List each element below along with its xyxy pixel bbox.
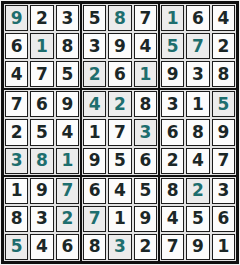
cell-r8c8[interactable]: 5 [186, 206, 209, 232]
cell-r4c8[interactable]: 1 [186, 91, 209, 117]
cell-r8c1[interactable]: 8 [5, 206, 28, 232]
cell-r4c2[interactable]: 6 [30, 91, 53, 117]
cell-r5c5[interactable]: 7 [108, 119, 131, 145]
sudoku-box-5: 428173956 [82, 90, 158, 174]
cell-r2c2[interactable]: 1 [30, 33, 53, 59]
cell-r6c4[interactable]: 9 [83, 148, 106, 174]
cell-r5c7[interactable]: 6 [161, 119, 184, 145]
cell-r5c1[interactable]: 2 [5, 119, 28, 145]
cell-r2c6[interactable]: 4 [134, 33, 157, 59]
cell-r1c1[interactable]: 9 [5, 5, 28, 31]
cell-r6c1[interactable]: 3 [5, 148, 28, 174]
cell-r2c4[interactable]: 3 [83, 33, 106, 59]
sudoku-box-6: 315689247 [160, 90, 236, 174]
cell-r2c8[interactable]: 7 [186, 33, 209, 59]
cell-r7c8[interactable]: 2 [186, 178, 209, 204]
cell-r7c7[interactable]: 8 [161, 178, 184, 204]
cell-r6c7[interactable]: 2 [161, 148, 184, 174]
cell-r5c4[interactable]: 1 [83, 119, 106, 145]
sudoku-board: 9236184755873942611645729387692543814281… [1, 1, 239, 264]
cell-r3c8[interactable]: 3 [186, 61, 209, 87]
cell-r7c5[interactable]: 4 [108, 178, 131, 204]
cell-r8c9[interactable]: 6 [212, 206, 235, 232]
cell-r3c9[interactable]: 8 [212, 61, 235, 87]
cell-r9c2[interactable]: 4 [30, 234, 53, 260]
cell-r8c3[interactable]: 2 [56, 206, 79, 232]
cell-r9c8[interactable]: 9 [186, 234, 209, 260]
sudoku-box-7: 197832546 [4, 177, 80, 261]
cell-r5c6[interactable]: 3 [134, 119, 157, 145]
cell-r2c5[interactable]: 9 [108, 33, 131, 59]
cell-r4c1[interactable]: 7 [5, 91, 28, 117]
sudoku-box-3: 164572938 [160, 4, 236, 88]
cell-r1c5[interactable]: 8 [108, 5, 131, 31]
cell-r5c9[interactable]: 9 [212, 119, 235, 145]
cell-r1c6[interactable]: 7 [134, 5, 157, 31]
cell-r1c7[interactable]: 1 [161, 5, 184, 31]
cell-r3c3[interactable]: 5 [56, 61, 79, 87]
cell-r4c7[interactable]: 3 [161, 91, 184, 117]
cell-r5c2[interactable]: 5 [30, 119, 53, 145]
cell-r8c2[interactable]: 3 [30, 206, 53, 232]
cell-r4c5[interactable]: 2 [108, 91, 131, 117]
cell-r7c4[interactable]: 6 [83, 178, 106, 204]
cell-r2c7[interactable]: 5 [161, 33, 184, 59]
cell-r4c9[interactable]: 5 [212, 91, 235, 117]
cell-r6c5[interactable]: 5 [108, 148, 131, 174]
cell-r4c3[interactable]: 9 [56, 91, 79, 117]
cell-r3c6[interactable]: 1 [134, 61, 157, 87]
cell-r3c4[interactable]: 2 [83, 61, 106, 87]
cell-r2c9[interactable]: 2 [212, 33, 235, 59]
sudoku-box-1: 923618475 [4, 4, 80, 88]
cell-r2c1[interactable]: 6 [5, 33, 28, 59]
cell-r8c5[interactable]: 1 [108, 206, 131, 232]
cell-r4c6[interactable]: 8 [134, 91, 157, 117]
cell-r8c7[interactable]: 4 [161, 206, 184, 232]
cell-r3c5[interactable]: 6 [108, 61, 131, 87]
sudoku-box-8: 645719832 [82, 177, 158, 261]
cell-r3c1[interactable]: 4 [5, 61, 28, 87]
cell-r6c3[interactable]: 1 [56, 148, 79, 174]
cell-r7c9[interactable]: 3 [212, 178, 235, 204]
cell-r7c2[interactable]: 9 [30, 178, 53, 204]
cell-r5c8[interactable]: 8 [186, 119, 209, 145]
cell-r6c9[interactable]: 7 [212, 148, 235, 174]
cell-r6c2[interactable]: 8 [30, 148, 53, 174]
cell-r9c5[interactable]: 3 [108, 234, 131, 260]
sudoku-box-4: 769254381 [4, 90, 80, 174]
cell-r1c3[interactable]: 3 [56, 5, 79, 31]
sudoku-box-9: 823456791 [160, 177, 236, 261]
cell-r1c8[interactable]: 6 [186, 5, 209, 31]
cell-r8c6[interactable]: 9 [134, 206, 157, 232]
cell-r3c7[interactable]: 9 [161, 61, 184, 87]
cell-r8c4[interactable]: 7 [83, 206, 106, 232]
cell-r2c3[interactable]: 8 [56, 33, 79, 59]
cell-r9c3[interactable]: 6 [56, 234, 79, 260]
cell-r9c1[interactable]: 5 [5, 234, 28, 260]
cell-r7c3[interactable]: 7 [56, 178, 79, 204]
cell-r7c6[interactable]: 5 [134, 178, 157, 204]
cell-r7c1[interactable]: 1 [5, 178, 28, 204]
cell-r6c6[interactable]: 6 [134, 148, 157, 174]
cell-r1c9[interactable]: 4 [212, 5, 235, 31]
sudoku-box-2: 587394261 [82, 4, 158, 88]
cell-r3c2[interactable]: 7 [30, 61, 53, 87]
cell-r9c9[interactable]: 1 [212, 234, 235, 260]
cell-r5c3[interactable]: 4 [56, 119, 79, 145]
cell-r6c8[interactable]: 4 [186, 148, 209, 174]
cell-r1c2[interactable]: 2 [30, 5, 53, 31]
cell-r4c4[interactable]: 4 [83, 91, 106, 117]
cell-r9c7[interactable]: 7 [161, 234, 184, 260]
cell-r9c6[interactable]: 2 [134, 234, 157, 260]
cell-r9c4[interactable]: 8 [83, 234, 106, 260]
cell-r1c4[interactable]: 5 [83, 5, 106, 31]
